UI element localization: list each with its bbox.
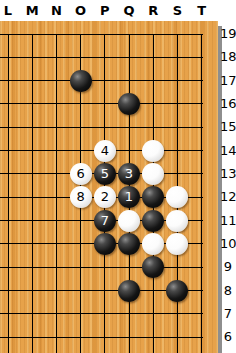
grid-line: [56, 34, 57, 353]
row-label-18: 18: [220, 49, 236, 65]
row-label-13: 13: [220, 166, 236, 182]
grid-line: [32, 34, 33, 353]
stone-white-R10: [142, 233, 164, 255]
stone-white-R14: [142, 140, 164, 162]
stone-white-R13: [142, 163, 164, 185]
stone-white-S12: [166, 186, 188, 208]
column-label-R: R: [141, 2, 165, 19]
column-label-S: S: [165, 2, 189, 19]
stone-white-P12: 2: [94, 186, 116, 208]
grid-line: [0, 313, 203, 314]
move-number: 3: [118, 162, 140, 184]
move-number: 4: [94, 139, 116, 161]
stone-black-Q13: 3: [118, 163, 140, 185]
stone-white-S10: [166, 233, 188, 255]
row-label-9: 9: [220, 259, 236, 275]
grid-line: [0, 34, 203, 35]
stone-black-Q12: 1: [118, 186, 140, 208]
stone-white-S11: [166, 210, 188, 232]
row-label-19: 19: [220, 26, 236, 42]
column-label-L: L: [0, 2, 20, 19]
stone-black-O17: [70, 70, 92, 92]
grid-line: [8, 34, 9, 353]
grid-line: [0, 267, 203, 268]
stone-white-Q11: [118, 210, 140, 232]
row-label-17: 17: [220, 73, 236, 89]
stone-black-P13: 5: [94, 163, 116, 185]
go-board[interactable]: 53174682: [0, 21, 218, 353]
row-label-14: 14: [220, 143, 236, 159]
stone-black-R11: [142, 210, 164, 232]
stone-white-P14: 4: [94, 140, 116, 162]
row-label-8: 8: [220, 283, 236, 299]
column-label-N: N: [44, 2, 68, 19]
row-label-16: 16: [220, 96, 236, 112]
move-number: 8: [70, 186, 92, 208]
grid-line: [0, 57, 203, 58]
row-label-7: 7: [220, 306, 236, 322]
grid-line: [0, 337, 203, 338]
row-label-12: 12: [220, 189, 236, 205]
column-label-O: O: [69, 2, 93, 19]
move-number: 2: [94, 186, 116, 208]
move-number: 6: [70, 162, 92, 184]
column-label-T: T: [190, 2, 214, 19]
grid-line: [0, 127, 203, 128]
row-label-15: 15: [220, 119, 236, 135]
column-label-P: P: [93, 2, 117, 19]
column-label-Q: Q: [117, 2, 141, 19]
stone-white-O12: 8: [70, 186, 92, 208]
grid-line: [201, 34, 202, 353]
stone-black-P11: 7: [94, 210, 116, 232]
stone-black-Q8: [118, 280, 140, 302]
stone-black-Q10: [118, 233, 140, 255]
grid-line: [0, 80, 203, 81]
row-label-11: 11: [220, 213, 236, 229]
row-label-6: 6: [220, 329, 236, 345]
stone-black-Q16: [118, 93, 140, 115]
go-diagram: 53174682 LMNOPQRST 191817161514131211109…: [0, 0, 236, 353]
grid-line: [0, 103, 203, 104]
move-number: 7: [94, 209, 116, 231]
stone-black-R9: [142, 256, 164, 278]
stone-black-P10: [94, 233, 116, 255]
stone-white-O13: 6: [70, 163, 92, 185]
stone-black-S8: [166, 280, 188, 302]
move-number: 5: [94, 162, 116, 184]
column-label-M: M: [20, 2, 44, 19]
row-label-10: 10: [220, 236, 236, 252]
stone-black-R12: [142, 186, 164, 208]
move-number: 1: [118, 186, 140, 208]
